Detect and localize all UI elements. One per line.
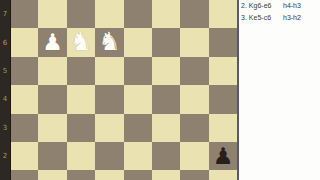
- square-b5[interactable]: [38, 57, 66, 85]
- square-g4[interactable]: [180, 85, 208, 113]
- white-move: Kg6-e6: [249, 1, 272, 10]
- square-a3[interactable]: [10, 114, 38, 142]
- square-e7[interactable]: [124, 0, 152, 28]
- square-a5[interactable]: [10, 57, 38, 85]
- square-f5[interactable]: [152, 57, 180, 85]
- square-f4[interactable]: [152, 85, 180, 113]
- square-e3[interactable]: [124, 114, 152, 142]
- chess-board[interactable]: ♟♞♞♟: [10, 0, 237, 180]
- square-g3[interactable]: [180, 114, 208, 142]
- square-h1[interactable]: [209, 170, 237, 180]
- black-pawn-h2[interactable]: ♟: [209, 142, 237, 170]
- square-a1[interactable]: [10, 170, 38, 180]
- rank-label-6: 6: [0, 39, 10, 46]
- square-a4[interactable]: [10, 85, 38, 113]
- move-row[interactable]: 3.Ke5-c6 h3-h2: [239, 12, 320, 24]
- square-d4[interactable]: [95, 85, 123, 113]
- square-f2[interactable]: [152, 142, 180, 170]
- square-g2[interactable]: [180, 142, 208, 170]
- white-pawn-b6[interactable]: ♟: [38, 28, 66, 56]
- square-c5[interactable]: [67, 57, 95, 85]
- black-move: h3-h2: [283, 13, 301, 22]
- square-a6[interactable]: [10, 28, 38, 56]
- square-d7[interactable]: [95, 0, 123, 28]
- white-knight-d6[interactable]: ♞: [95, 28, 123, 56]
- square-e4[interactable]: [124, 85, 152, 113]
- square-h5[interactable]: [209, 57, 237, 85]
- square-c4[interactable]: [67, 85, 95, 113]
- rank-label-7: 7: [0, 11, 10, 18]
- square-g6[interactable]: [180, 28, 208, 56]
- square-b7[interactable]: [38, 0, 66, 28]
- square-h7[interactable]: [209, 0, 237, 28]
- square-a2[interactable]: [10, 142, 38, 170]
- board-left-frame: 765432: [0, 0, 11, 180]
- square-g5[interactable]: [180, 57, 208, 85]
- square-f7[interactable]: [152, 0, 180, 28]
- square-g7[interactable]: [180, 0, 208, 28]
- square-e1[interactable]: [124, 170, 152, 180]
- square-b3[interactable]: [38, 114, 66, 142]
- square-b2[interactable]: [38, 142, 66, 170]
- rank-label-5: 5: [0, 68, 10, 75]
- square-f6[interactable]: [152, 28, 180, 56]
- square-c2[interactable]: [67, 142, 95, 170]
- square-d3[interactable]: [95, 114, 123, 142]
- board-grid: ♟♞♞♟: [10, 0, 237, 180]
- chess-video-frame: ♟♞♞♟ 765432 2.Kg6-e6 h4-h3 3.Ke5-c6 h3-h…: [0, 0, 320, 180]
- square-g1[interactable]: [180, 170, 208, 180]
- move-list-panel: 2.Kg6-e6 h4-h3 3.Ke5-c6 h3-h2: [239, 0, 320, 180]
- move-row[interactable]: 2.Kg6-e6 h4-h3: [239, 0, 320, 12]
- square-c1[interactable]: [67, 170, 95, 180]
- square-h3[interactable]: [209, 114, 237, 142]
- square-d2[interactable]: [95, 142, 123, 170]
- move-number: 2.: [241, 1, 247, 10]
- square-e6[interactable]: [124, 28, 152, 56]
- rank-label-4: 4: [0, 96, 10, 103]
- rank-label-3: 3: [0, 124, 10, 131]
- square-c3[interactable]: [67, 114, 95, 142]
- black-move: h4-h3: [283, 1, 301, 10]
- square-a7[interactable]: [10, 0, 38, 28]
- white-knight-c6[interactable]: ♞: [67, 28, 95, 56]
- board-panel-divider: [237, 0, 239, 180]
- rank-label-2: 2: [0, 153, 10, 160]
- square-d1[interactable]: [95, 170, 123, 180]
- square-f1[interactable]: [152, 170, 180, 180]
- square-b4[interactable]: [38, 85, 66, 113]
- square-h4[interactable]: [209, 85, 237, 113]
- square-h6[interactable]: [209, 28, 237, 56]
- square-f3[interactable]: [152, 114, 180, 142]
- square-e2[interactable]: [124, 142, 152, 170]
- square-e5[interactable]: [124, 57, 152, 85]
- square-b1[interactable]: [38, 170, 66, 180]
- square-d5[interactable]: [95, 57, 123, 85]
- square-c7[interactable]: [67, 0, 95, 28]
- move-number: 3.: [241, 13, 247, 22]
- white-move: Ke5-c6: [249, 13, 271, 22]
